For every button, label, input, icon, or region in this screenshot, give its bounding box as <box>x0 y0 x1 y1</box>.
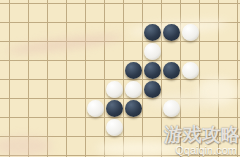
cell-r6-c10[interactable] <box>181 99 200 118</box>
white-stone <box>125 81 142 98</box>
cell-r6-c2[interactable] <box>29 99 48 118</box>
cell-r9-c12[interactable] <box>219 156 238 157</box>
black-stone <box>144 62 161 79</box>
cell-r2-c13[interactable] <box>238 23 240 42</box>
cell-r4-c7[interactable] <box>124 61 143 80</box>
cell-r3-c1[interactable] <box>10 42 29 61</box>
cell-r5-c8[interactable] <box>143 80 162 99</box>
cell-r3-c13[interactable] <box>238 42 240 61</box>
cell-r2-c4[interactable] <box>67 23 86 42</box>
cell-r5-c10[interactable] <box>181 80 200 99</box>
cell-r6-c9[interactable] <box>162 99 181 118</box>
cell-r9-c11[interactable] <box>200 156 219 157</box>
cell-r2-c6[interactable] <box>105 23 124 42</box>
cell-r7-c4[interactable] <box>67 118 86 137</box>
cell-r5-c9[interactable] <box>162 80 181 99</box>
gomoku-board-grid <box>0 0 240 157</box>
cell-r4-c6[interactable] <box>105 61 124 80</box>
cell-r5-c7[interactable] <box>124 80 143 99</box>
gomoku-app-screen: 游戏攻略 Qqaiqin.com <box>0 0 240 157</box>
cell-r3-c6[interactable] <box>105 42 124 61</box>
cell-r5-c6[interactable] <box>105 80 124 99</box>
cell-r8-c1[interactable] <box>10 137 29 156</box>
cell-r8-c6[interactable] <box>105 137 124 156</box>
black-stone <box>163 62 180 79</box>
cell-r7-c5[interactable] <box>86 118 105 137</box>
white-stone <box>144 43 161 60</box>
cell-r2-c5[interactable] <box>86 23 105 42</box>
cell-r7-c3[interactable] <box>48 118 67 137</box>
cell-r6-c5[interactable] <box>86 99 105 118</box>
black-stone <box>125 100 142 117</box>
cell-r7-c2[interactable] <box>29 118 48 137</box>
cell-r2-c2[interactable] <box>29 23 48 42</box>
cell-r2-c7[interactable] <box>124 23 143 42</box>
cell-r1-c9[interactable] <box>162 4 181 23</box>
cell-r1-c2[interactable] <box>29 4 48 23</box>
cell-r1-c13[interactable] <box>238 4 240 23</box>
white-stone <box>106 119 123 136</box>
cell-r4-c2[interactable] <box>29 61 48 80</box>
cell-r6-c13[interactable] <box>238 99 240 118</box>
black-stone <box>125 62 142 79</box>
cell-r3-c8[interactable] <box>143 42 162 61</box>
cell-r9-c2[interactable] <box>29 156 48 157</box>
cell-r8-c0[interactable] <box>0 137 10 156</box>
cell-r8-c5[interactable] <box>86 137 105 156</box>
cell-r4-c8[interactable] <box>143 61 162 80</box>
cell-r1-c7[interactable] <box>124 4 143 23</box>
cell-r5-c5[interactable] <box>86 80 105 99</box>
cell-r3-c3[interactable] <box>48 42 67 61</box>
cell-r9-c5[interactable] <box>86 156 105 157</box>
cell-r1-c10[interactable] <box>181 4 200 23</box>
cell-r7-c11[interactable] <box>200 118 219 137</box>
cell-r7-c0[interactable] <box>0 118 10 137</box>
cell-r3-c10[interactable] <box>181 42 200 61</box>
cell-r2-c10[interactable] <box>181 23 200 42</box>
cell-r1-c3[interactable] <box>48 4 67 23</box>
cell-r4-c0[interactable] <box>0 61 10 80</box>
cell-r1-c1[interactable] <box>10 4 29 23</box>
cell-r7-c1[interactable] <box>10 118 29 137</box>
cell-r7-c7[interactable] <box>124 118 143 137</box>
cell-r9-c4[interactable] <box>67 156 86 157</box>
cell-r2-c0[interactable] <box>0 23 10 42</box>
cell-r3-c2[interactable] <box>29 42 48 61</box>
cell-r6-c7[interactable] <box>124 99 143 118</box>
cell-r4-c10[interactable] <box>181 61 200 80</box>
cell-r6-c3[interactable] <box>48 99 67 118</box>
cell-r3-c5[interactable] <box>86 42 105 61</box>
cell-r1-c11[interactable] <box>200 4 219 23</box>
cell-r8-c11[interactable] <box>200 137 219 156</box>
cell-r9-c6[interactable] <box>105 156 124 157</box>
white-stone <box>163 100 180 117</box>
black-stone <box>163 24 180 41</box>
cell-r3-c7[interactable] <box>124 42 143 61</box>
cell-r6-c0[interactable] <box>0 99 10 118</box>
cell-r5-c1[interactable] <box>10 80 29 99</box>
cell-r4-c5[interactable] <box>86 61 105 80</box>
cell-r6-c8[interactable] <box>143 99 162 118</box>
cell-r9-c1[interactable] <box>10 156 29 157</box>
cell-r3-c11[interactable] <box>200 42 219 61</box>
cell-r2-c9[interactable] <box>162 23 181 42</box>
cell-r9-c0[interactable] <box>0 156 10 157</box>
cell-r7-c8[interactable] <box>143 118 162 137</box>
cell-r9-c9[interactable] <box>162 156 181 157</box>
cell-r7-c10[interactable] <box>181 118 200 137</box>
cell-r8-c13[interactable] <box>238 137 240 156</box>
cell-r9-c3[interactable] <box>48 156 67 157</box>
white-stone <box>182 62 199 79</box>
cell-r8-c9[interactable] <box>162 137 181 156</box>
cell-r7-c13[interactable] <box>238 118 240 137</box>
cell-r4-c12[interactable] <box>219 61 238 80</box>
white-stone <box>106 81 123 98</box>
cell-r6-c12[interactable] <box>219 99 238 118</box>
cell-r1-c5[interactable] <box>86 4 105 23</box>
cell-r1-c12[interactable] <box>219 4 238 23</box>
cell-r2-c11[interactable] <box>200 23 219 42</box>
cell-r5-c0[interactable] <box>0 80 10 99</box>
cell-r4-c13[interactable] <box>238 61 240 80</box>
cell-r7-c9[interactable] <box>162 118 181 137</box>
cell-r5-c12[interactable] <box>219 80 238 99</box>
black-stone <box>144 81 161 98</box>
cell-r8-c10[interactable] <box>181 137 200 156</box>
cell-r3-c9[interactable] <box>162 42 181 61</box>
cell-r4-c9[interactable] <box>162 61 181 80</box>
cell-r6-c11[interactable] <box>200 99 219 118</box>
cell-r7-c6[interactable] <box>105 118 124 137</box>
cell-r6-c6[interactable] <box>105 99 124 118</box>
white-stone <box>87 100 104 117</box>
cell-r4-c4[interactable] <box>67 61 86 80</box>
cell-r8-c12[interactable] <box>219 137 238 156</box>
cell-r8-c2[interactable] <box>29 137 48 156</box>
cell-r6-c1[interactable] <box>10 99 29 118</box>
cell-r3-c4[interactable] <box>67 42 86 61</box>
cell-r9-c13[interactable] <box>238 156 240 157</box>
cell-r1-c6[interactable] <box>105 4 124 23</box>
cell-r5-c4[interactable] <box>67 80 86 99</box>
cell-r8-c4[interactable] <box>67 137 86 156</box>
cell-r4-c1[interactable] <box>10 61 29 80</box>
cell-r8-c3[interactable] <box>48 137 67 156</box>
cell-r1-c8[interactable] <box>143 4 162 23</box>
cell-r5-c2[interactable] <box>29 80 48 99</box>
cell-r8-c8[interactable] <box>143 137 162 156</box>
cell-r8-c7[interactable] <box>124 137 143 156</box>
cell-r1-c4[interactable] <box>67 4 86 23</box>
cell-r5-c13[interactable] <box>238 80 240 99</box>
cell-r2-c3[interactable] <box>48 23 67 42</box>
cell-r6-c4[interactable] <box>67 99 86 118</box>
cell-r4-c11[interactable] <box>200 61 219 80</box>
cell-r2-c8[interactable] <box>143 23 162 42</box>
cell-r2-c1[interactable] <box>10 23 29 42</box>
black-stone <box>144 24 161 41</box>
cell-r7-c12[interactable] <box>219 118 238 137</box>
cell-r4-c3[interactable] <box>48 61 67 80</box>
cell-r2-c12[interactable] <box>219 23 238 42</box>
cell-r9-c8[interactable] <box>143 156 162 157</box>
cell-r1-c0[interactable] <box>0 4 10 23</box>
cell-r5-c11[interactable] <box>200 80 219 99</box>
cell-r3-c12[interactable] <box>219 42 238 61</box>
white-stone <box>182 24 199 41</box>
black-stone <box>106 100 123 117</box>
cell-r3-c0[interactable] <box>0 42 10 61</box>
cell-r5-c3[interactable] <box>48 80 67 99</box>
cell-r9-c7[interactable] <box>124 156 143 157</box>
cell-r9-c10[interactable] <box>181 156 200 157</box>
